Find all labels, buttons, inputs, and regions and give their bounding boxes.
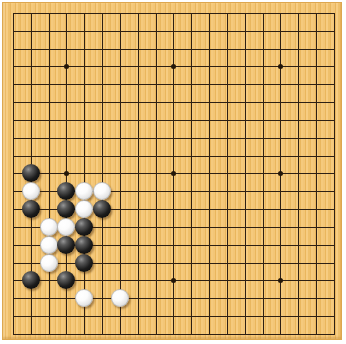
- grid-line-vertical: [298, 13, 299, 335]
- black-stone: [93, 200, 111, 218]
- grid-line-vertical: [209, 13, 210, 335]
- star-point: [64, 171, 69, 176]
- black-stone: [22, 271, 40, 289]
- white-stone: [75, 182, 93, 200]
- black-stone: [75, 218, 93, 236]
- go-board[interactable]: [2, 2, 342, 340]
- white-stone: [40, 218, 58, 236]
- grid-line-vertical: [263, 13, 264, 335]
- star-point: [278, 64, 283, 69]
- grid-line-vertical: [227, 13, 228, 335]
- black-stone: [75, 236, 93, 254]
- white-stone: [57, 218, 75, 236]
- black-stone: [57, 236, 75, 254]
- white-stone: [40, 254, 58, 272]
- star-point: [278, 278, 283, 283]
- white-stone: [75, 289, 93, 307]
- black-stone: [57, 271, 75, 289]
- star-point: [171, 278, 176, 283]
- grid-line-horizontal: [13, 298, 335, 299]
- black-stone: [57, 200, 75, 218]
- grid-line-horizontal: [13, 263, 335, 264]
- black-stone: [75, 254, 93, 272]
- black-stone: [22, 164, 40, 182]
- white-stone: [40, 236, 58, 254]
- go-app-window: [0, 0, 346, 344]
- black-stone: [57, 182, 75, 200]
- star-point: [171, 64, 176, 69]
- star-point: [171, 171, 176, 176]
- star-point: [278, 171, 283, 176]
- black-stone: [22, 200, 40, 218]
- star-point: [64, 64, 69, 69]
- grid-line-vertical: [245, 13, 246, 335]
- white-stone: [75, 200, 93, 218]
- grid-line-horizontal: [13, 316, 335, 317]
- white-stone: [111, 289, 129, 307]
- grid-line-vertical: [191, 13, 192, 335]
- grid-line-vertical: [334, 13, 335, 335]
- grid-line-horizontal: [13, 334, 335, 335]
- white-stone: [93, 182, 111, 200]
- white-stone: [22, 182, 40, 200]
- grid-line-vertical: [316, 13, 317, 335]
